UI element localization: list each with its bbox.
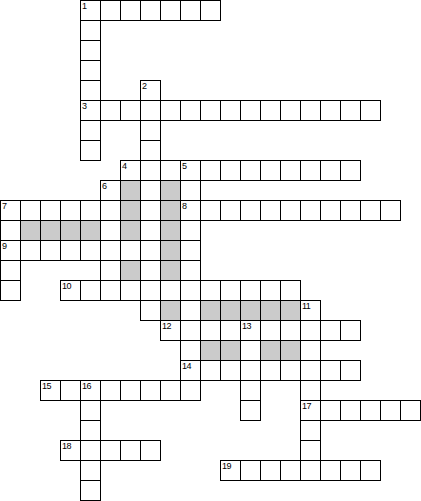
grid-cell[interactable]	[360, 200, 381, 221]
grid-cell[interactable]	[160, 0, 181, 21]
grid-cell[interactable]	[360, 400, 381, 421]
grid-cell[interactable]	[140, 140, 161, 161]
grid-cell[interactable]	[240, 400, 261, 421]
grid-cell[interactable]	[160, 100, 181, 121]
grid-cell[interactable]	[300, 320, 321, 341]
grid-cell[interactable]	[120, 440, 141, 461]
grid-cell[interactable]	[180, 340, 201, 361]
grid-cell-shaded[interactable]	[260, 300, 281, 321]
grid-cell[interactable]	[200, 100, 221, 121]
grid-cell[interactable]	[240, 460, 261, 481]
grid-cell[interactable]	[340, 460, 361, 481]
grid-cell[interactable]	[100, 180, 121, 201]
grid-cell[interactable]	[240, 320, 261, 341]
grid-cell[interactable]	[80, 380, 101, 401]
grid-cell-shaded[interactable]	[40, 220, 61, 241]
grid-cell[interactable]	[140, 280, 161, 301]
grid-cell[interactable]	[280, 460, 301, 481]
grid-cell-shaded[interactable]	[220, 340, 241, 361]
grid-cell[interactable]	[220, 280, 241, 301]
grid-cell[interactable]	[140, 0, 161, 21]
grid-cell[interactable]	[220, 160, 241, 181]
grid-cell[interactable]	[160, 160, 181, 181]
grid-cell[interactable]	[380, 200, 401, 221]
grid-cell[interactable]	[40, 200, 61, 221]
grid-cell[interactable]	[100, 200, 121, 221]
grid-cell[interactable]	[300, 300, 321, 321]
grid-cell[interactable]	[340, 160, 361, 181]
grid-cell[interactable]	[0, 220, 21, 241]
grid-cell[interactable]	[140, 200, 161, 221]
grid-cell[interactable]	[180, 220, 201, 241]
grid-cell[interactable]	[320, 400, 341, 421]
grid-cell[interactable]	[300, 160, 321, 181]
grid-cell[interactable]	[340, 100, 361, 121]
grid-cell[interactable]	[260, 100, 281, 121]
grid-cell[interactable]	[300, 420, 321, 441]
grid-cell[interactable]	[320, 100, 341, 121]
grid-cell[interactable]	[300, 340, 321, 361]
grid-cell[interactable]	[100, 440, 121, 461]
crossword-grid: 12345678910111213141516171819	[0, 0, 421, 501]
grid-cell-shaded[interactable]	[160, 200, 181, 221]
grid-cell[interactable]	[220, 200, 241, 221]
grid-cell[interactable]	[260, 320, 281, 341]
grid-cell[interactable]	[220, 320, 241, 341]
grid-cell[interactable]	[120, 160, 141, 181]
grid-cell-shaded[interactable]	[160, 240, 181, 261]
grid-cell[interactable]	[100, 100, 121, 121]
grid-cell[interactable]	[240, 340, 261, 361]
grid-cell[interactable]	[320, 320, 341, 341]
grid-cell[interactable]	[200, 280, 221, 301]
grid-cell-shaded[interactable]	[60, 220, 81, 241]
grid-cell[interactable]	[120, 380, 141, 401]
grid-cell[interactable]	[280, 100, 301, 121]
grid-cell[interactable]	[240, 200, 261, 221]
grid-cell[interactable]	[240, 380, 261, 401]
grid-cell[interactable]	[80, 400, 101, 421]
grid-cell-shaded[interactable]	[120, 180, 141, 201]
grid-cell-shaded[interactable]	[200, 340, 221, 361]
grid-cell-shaded[interactable]	[280, 340, 301, 361]
grid-cell[interactable]	[320, 160, 341, 181]
grid-cell-shaded[interactable]	[200, 300, 221, 321]
grid-cell[interactable]	[60, 200, 81, 221]
grid-cell[interactable]	[80, 460, 101, 481]
grid-cell-shaded[interactable]	[20, 220, 41, 241]
grid-cell[interactable]	[40, 240, 61, 261]
grid-cell-shaded[interactable]	[160, 220, 181, 241]
grid-cell[interactable]	[0, 260, 21, 281]
grid-cell-shaded[interactable]	[120, 200, 141, 221]
grid-cell[interactable]	[340, 200, 361, 221]
grid-cell[interactable]	[260, 160, 281, 181]
grid-cell-shaded[interactable]	[80, 220, 101, 241]
grid-cell[interactable]	[80, 480, 101, 501]
grid-cell[interactable]	[320, 460, 341, 481]
grid-cell[interactable]	[200, 200, 221, 221]
grid-cell[interactable]	[120, 100, 141, 121]
grid-cell[interactable]	[80, 280, 101, 301]
grid-cell[interactable]	[180, 240, 201, 261]
grid-cell[interactable]	[120, 0, 141, 21]
grid-cell[interactable]	[280, 280, 301, 301]
grid-cell[interactable]	[140, 220, 161, 241]
grid-cell[interactable]	[300, 200, 321, 221]
grid-cell-shaded[interactable]	[280, 300, 301, 321]
grid-cell[interactable]	[80, 200, 101, 221]
grid-cell[interactable]	[180, 260, 201, 281]
grid-cell[interactable]	[220, 100, 241, 121]
grid-cell[interactable]	[180, 160, 201, 181]
grid-cell[interactable]	[180, 180, 201, 201]
grid-cell[interactable]	[0, 240, 21, 261]
grid-cell[interactable]	[180, 100, 201, 121]
grid-cell[interactable]	[160, 280, 181, 301]
grid-cell-shaded[interactable]	[120, 260, 141, 281]
grid-cell[interactable]	[60, 440, 81, 461]
grid-cell[interactable]	[360, 100, 381, 121]
grid-cell[interactable]	[80, 240, 101, 261]
grid-cell[interactable]	[240, 360, 261, 381]
grid-cell[interactable]	[240, 280, 261, 301]
grid-cell[interactable]	[120, 280, 141, 301]
grid-cell[interactable]	[100, 240, 121, 261]
grid-cell[interactable]	[180, 0, 201, 21]
grid-cell[interactable]	[300, 460, 321, 481]
grid-cell[interactable]	[300, 440, 321, 461]
grid-cell[interactable]	[180, 200, 201, 221]
grid-cell[interactable]	[20, 200, 41, 221]
grid-cell[interactable]	[340, 400, 361, 421]
grid-cell[interactable]	[220, 460, 241, 481]
grid-cell[interactable]	[80, 20, 101, 41]
grid-cell[interactable]	[100, 280, 121, 301]
grid-cell[interactable]	[60, 240, 81, 261]
grid-cell[interactable]	[400, 400, 421, 421]
grid-cell-shaded[interactable]	[160, 260, 181, 281]
grid-cell[interactable]	[260, 200, 281, 221]
grid-cell-shaded[interactable]	[260, 340, 281, 361]
grid-cell[interactable]	[140, 160, 161, 181]
grid-cell[interactable]	[260, 360, 281, 381]
grid-cell[interactable]	[80, 0, 101, 21]
grid-cell[interactable]	[280, 360, 301, 381]
grid-cell[interactable]	[200, 360, 221, 381]
grid-cell[interactable]	[40, 380, 61, 401]
grid-cell[interactable]	[80, 40, 101, 61]
grid-cell[interactable]	[80, 140, 101, 161]
grid-cell[interactable]	[60, 380, 81, 401]
grid-cell[interactable]	[20, 240, 41, 261]
grid-cell[interactable]	[160, 380, 181, 401]
grid-cell[interactable]	[180, 360, 201, 381]
grid-cell[interactable]	[80, 420, 101, 441]
grid-cell[interactable]	[280, 160, 301, 181]
grid-cell-shaded[interactable]	[240, 300, 261, 321]
grid-cell[interactable]	[320, 200, 341, 221]
grid-cell[interactable]	[100, 220, 121, 241]
grid-cell[interactable]	[180, 380, 201, 401]
grid-cell[interactable]	[240, 100, 261, 121]
grid-cell[interactable]	[60, 280, 81, 301]
grid-cell[interactable]	[180, 320, 201, 341]
grid-cell[interactable]	[120, 240, 141, 261]
grid-cell[interactable]	[200, 320, 221, 341]
grid-cell[interactable]	[340, 320, 361, 341]
grid-cell[interactable]	[280, 200, 301, 221]
grid-cell[interactable]	[180, 300, 201, 321]
grid-cell[interactable]	[360, 460, 381, 481]
grid-cell[interactable]	[140, 180, 161, 201]
grid-cell[interactable]	[240, 160, 261, 181]
grid-cell[interactable]	[80, 100, 101, 121]
grid-cell[interactable]	[260, 280, 281, 301]
grid-cell[interactable]	[100, 0, 121, 21]
grid-cell[interactable]	[0, 280, 21, 301]
grid-cell-shaded[interactable]	[120, 220, 141, 241]
grid-cell[interactable]	[80, 440, 101, 461]
grid-cell[interactable]	[260, 460, 281, 481]
grid-cell-shaded[interactable]	[220, 300, 241, 321]
grid-cell[interactable]	[140, 380, 161, 401]
grid-cell[interactable]	[200, 160, 221, 181]
grid-cell[interactable]	[140, 300, 161, 321]
grid-cell[interactable]	[160, 320, 181, 341]
grid-cell[interactable]	[80, 60, 101, 81]
grid-cell[interactable]	[140, 100, 161, 121]
grid-cell[interactable]	[340, 360, 361, 381]
grid-cell[interactable]	[300, 360, 321, 381]
grid-cell[interactable]	[140, 260, 161, 281]
grid-cell[interactable]	[300, 400, 321, 421]
grid-cell[interactable]	[380, 400, 401, 421]
grid-cell[interactable]	[140, 120, 161, 141]
grid-cell[interactable]	[80, 120, 101, 141]
grid-cell[interactable]	[280, 320, 301, 341]
grid-cell[interactable]	[0, 200, 21, 221]
grid-cell[interactable]	[180, 280, 201, 301]
grid-cell[interactable]	[140, 240, 161, 261]
grid-cell[interactable]	[300, 100, 321, 121]
grid-cell[interactable]	[100, 380, 121, 401]
grid-cell[interactable]	[80, 80, 101, 101]
grid-cell[interactable]	[140, 80, 161, 101]
grid-cell[interactable]	[100, 260, 121, 281]
grid-cell[interactable]	[320, 360, 341, 381]
grid-cell-shaded[interactable]	[160, 180, 181, 201]
grid-cell[interactable]	[300, 380, 321, 401]
grid-cell[interactable]	[200, 0, 221, 21]
grid-cell-shaded[interactable]	[160, 300, 181, 321]
grid-cell[interactable]	[220, 360, 241, 381]
grid-cell[interactable]	[140, 440, 161, 461]
